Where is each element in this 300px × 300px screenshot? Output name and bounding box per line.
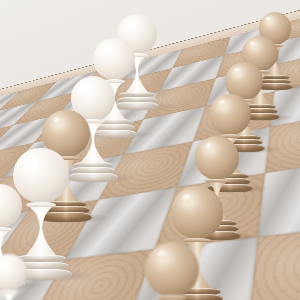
pawn-head bbox=[209, 94, 250, 135]
pawn-head bbox=[195, 136, 239, 180]
chess-set-photo bbox=[0, 0, 300, 300]
pawn-white-a1 bbox=[0, 254, 35, 300]
pawn-head bbox=[145, 242, 200, 297]
pawn-head bbox=[0, 184, 22, 228]
pawn-head bbox=[93, 38, 135, 80]
pawn-coral-b1 bbox=[133, 242, 211, 300]
pawn-head bbox=[0, 254, 27, 291]
pawn-collar bbox=[157, 295, 187, 300]
pieces-layer bbox=[0, 0, 300, 300]
pawn-head bbox=[171, 186, 224, 239]
pawn-body bbox=[0, 293, 25, 300]
